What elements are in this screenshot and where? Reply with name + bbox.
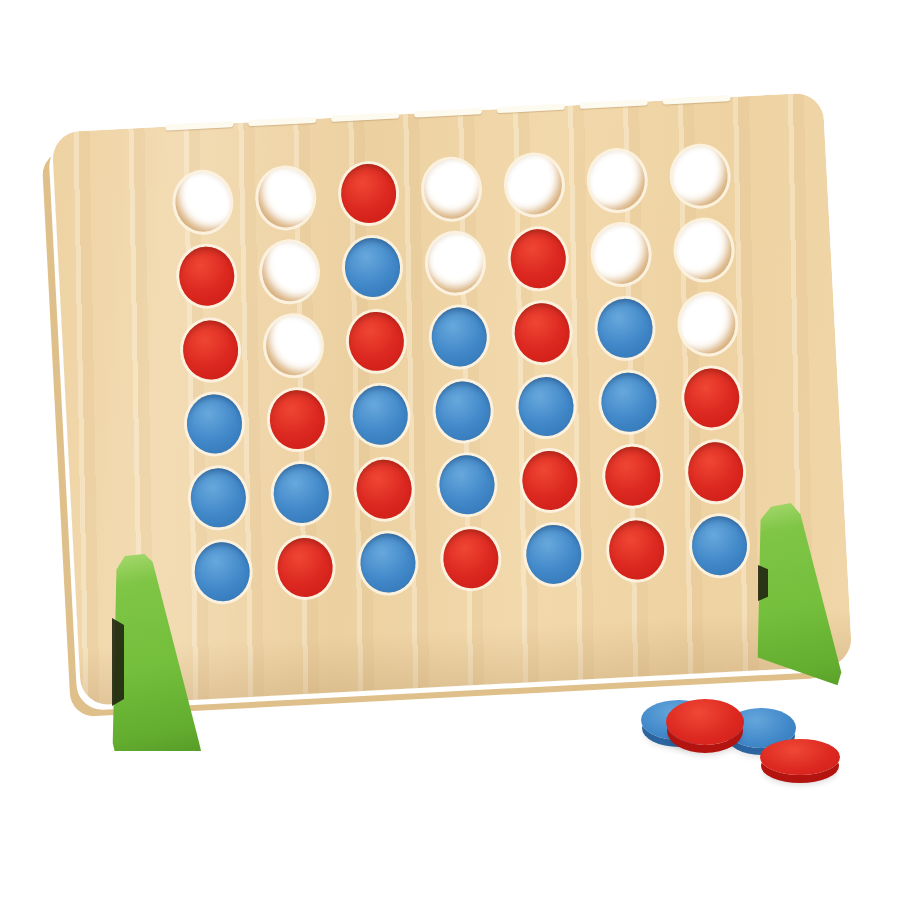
- empty-hole: [588, 149, 646, 211]
- red-disc: [182, 319, 240, 381]
- blue-disc: [272, 462, 330, 524]
- board-cell-r3c3: [333, 302, 420, 380]
- empty-hole: [426, 232, 484, 294]
- board-cell-r4c3: [337, 376, 424, 454]
- blue-disc: [600, 371, 658, 433]
- board-cell-r2c4: [412, 224, 499, 302]
- blue-disc: [351, 384, 409, 446]
- board-cell-r5c3: [341, 450, 428, 528]
- board-cell-r1c2: [242, 158, 329, 236]
- blue-disc: [517, 375, 575, 437]
- board-cell-r4c7: [668, 358, 755, 436]
- red-disc: [276, 536, 334, 598]
- empty-hole: [261, 240, 319, 302]
- empty-hole: [679, 293, 737, 355]
- board-cell-r5c4: [424, 445, 511, 523]
- board-cell-r2c5: [495, 219, 582, 297]
- empty-hole: [671, 145, 729, 207]
- empty-hole: [174, 171, 232, 233]
- top-slot-opening: [662, 95, 730, 105]
- empty-hole: [264, 314, 322, 376]
- board-cell-r4c2: [254, 380, 341, 458]
- red-disc: [604, 445, 662, 507]
- red-disc: [442, 527, 500, 589]
- empty-hole: [505, 153, 563, 215]
- product-photo-connect-four: [0, 0, 900, 900]
- board-cell-r6c5: [510, 515, 597, 593]
- board-cell-r6c3: [345, 523, 432, 601]
- board-cell-r4c1: [171, 384, 258, 462]
- top-slot-opening: [413, 108, 481, 118]
- board-cell-r5c1: [175, 458, 262, 536]
- top-slot-openings: [52, 92, 823, 132]
- blue-disc: [359, 532, 417, 594]
- board-cell-r1c7: [657, 137, 744, 215]
- red-disc: [608, 519, 666, 581]
- blue-disc: [525, 523, 583, 585]
- blue-disc: [343, 236, 401, 298]
- board-cell-r3c5: [499, 293, 586, 371]
- red-disc: [347, 310, 405, 372]
- board-cell-r3c4: [416, 297, 503, 375]
- board-grid: [159, 137, 762, 611]
- empty-hole: [257, 167, 315, 229]
- red-disc: [687, 440, 745, 502]
- board-cell-r2c7: [661, 210, 748, 288]
- board-cell-r2c3: [329, 228, 416, 306]
- board-cell-r5c6: [589, 437, 676, 515]
- board-cell-r2c6: [578, 215, 665, 293]
- top-slot-opening: [165, 121, 233, 131]
- board-cell-r1c1: [159, 163, 246, 241]
- red-disc: [268, 388, 326, 450]
- top-slot-opening: [579, 99, 647, 109]
- empty-hole: [422, 158, 480, 220]
- right-foot-slot-shadow: [758, 565, 768, 601]
- board-cell-r5c5: [506, 441, 593, 519]
- red-disc: [355, 458, 413, 520]
- top-slot-opening: [331, 112, 399, 122]
- board-cell-r6c4: [427, 519, 514, 597]
- board-cell-r1c5: [491, 145, 578, 223]
- empty-hole: [592, 223, 650, 285]
- board-cell-r3c6: [582, 289, 669, 367]
- loose-red-disc: [666, 699, 744, 745]
- blue-disc: [434, 380, 492, 442]
- left-foot-slot-shadow: [112, 618, 124, 706]
- board-cell-r4c5: [503, 367, 590, 445]
- blue-disc: [185, 393, 243, 455]
- board-cell-r6c6: [593, 510, 680, 588]
- right-stand-foot: [752, 503, 847, 689]
- board-cell-r2c1: [163, 237, 250, 315]
- blue-disc: [691, 514, 749, 576]
- board-cell-r5c2: [258, 454, 345, 532]
- loose-red-disc: [760, 739, 840, 775]
- board-cell-r6c2: [262, 528, 349, 606]
- red-disc: [513, 301, 571, 363]
- blue-disc: [430, 306, 488, 368]
- blue-disc: [438, 453, 496, 515]
- board-cell-r4c4: [420, 371, 507, 449]
- board-cell-r4c6: [586, 363, 673, 441]
- board-cell-r1c3: [325, 154, 412, 232]
- blue-disc: [596, 297, 654, 359]
- empty-hole: [675, 219, 733, 281]
- red-disc: [509, 227, 567, 289]
- board-cell-r3c1: [167, 310, 254, 388]
- red-disc: [683, 367, 741, 429]
- red-disc: [340, 162, 398, 224]
- blue-disc: [189, 466, 247, 528]
- board-cell-r2c2: [246, 232, 333, 310]
- red-disc: [178, 245, 236, 307]
- top-slot-opening: [496, 104, 564, 114]
- board-cell-r6c7: [676, 506, 763, 584]
- left-stand-foot: [109, 554, 202, 751]
- red-disc: [521, 449, 579, 511]
- board-cell-r3c7: [665, 284, 752, 362]
- board-cell-r5c7: [672, 432, 759, 510]
- top-slot-opening: [248, 117, 316, 127]
- board-cell-r3c2: [250, 306, 337, 384]
- board-cell-r1c6: [574, 141, 661, 219]
- board-cell-r1c4: [408, 150, 495, 228]
